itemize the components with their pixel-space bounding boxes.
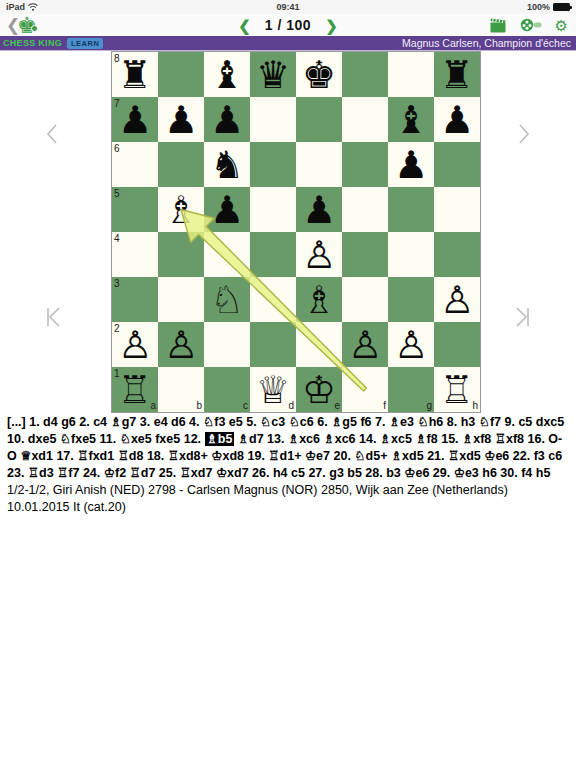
square-f3[interactable] bbox=[342, 277, 388, 322]
square-f7[interactable] bbox=[342, 97, 388, 142]
square-c3[interactable]: ♘ bbox=[204, 277, 250, 322]
square-e6[interactable] bbox=[296, 142, 342, 187]
square-h3[interactable]: ♙ bbox=[434, 277, 480, 322]
square-c8[interactable]: ♝ bbox=[204, 52, 250, 97]
square-e7[interactable] bbox=[296, 97, 342, 142]
piece-white-king: ♔ bbox=[296, 367, 342, 412]
nav-bar: ❮ ♚ ❮ 1 / 100 ❯ ⚙ bbox=[0, 14, 576, 36]
chess-board: 8♜♝♛♚♜7♟♟♟♝♟6♞♟5♗♟♟4♙3♘♗♙2♙♙♙♙1a♖bcd♕e♔f… bbox=[111, 51, 481, 413]
piece-black-knight: ♞ bbox=[204, 142, 250, 187]
piece-black-pawn: ♟ bbox=[158, 97, 204, 142]
square-f1[interactable]: f bbox=[342, 367, 388, 412]
square-b8[interactable] bbox=[158, 52, 204, 97]
square-d8[interactable]: ♛ bbox=[250, 52, 296, 97]
piece-white-bishop: ♗ bbox=[296, 277, 342, 322]
square-d5[interactable] bbox=[250, 187, 296, 232]
square-e1[interactable]: e♔ bbox=[296, 367, 342, 412]
square-a8[interactable]: 8♜ bbox=[112, 52, 158, 97]
square-f4[interactable] bbox=[342, 232, 388, 277]
next-example-button[interactable]: ❯ bbox=[325, 18, 338, 33]
square-a3[interactable]: 3 bbox=[112, 277, 158, 322]
piece-black-rook: ♜ bbox=[112, 52, 158, 97]
piece-black-king: ♚ bbox=[296, 52, 342, 97]
square-c2[interactable] bbox=[204, 322, 250, 367]
piece-white-pawn: ♙ bbox=[296, 232, 342, 277]
battery-icon bbox=[553, 3, 570, 11]
square-d4[interactable] bbox=[250, 232, 296, 277]
square-g2[interactable]: ♙ bbox=[388, 322, 434, 367]
square-g6[interactable]: ♟ bbox=[388, 142, 434, 187]
square-b4[interactable] bbox=[158, 232, 204, 277]
game-result-text: 1/2-1/2, Giri Anish (NED) 2798 - Carlsen… bbox=[7, 483, 508, 514]
square-c1[interactable]: c bbox=[204, 367, 250, 412]
file-label: b bbox=[196, 400, 202, 411]
piece-black-rook: ♜ bbox=[434, 52, 480, 97]
piece-white-pawn: ♙ bbox=[112, 322, 158, 367]
next-move-button[interactable] bbox=[516, 123, 532, 145]
square-g1[interactable]: g bbox=[388, 367, 434, 412]
square-h6[interactable] bbox=[434, 142, 480, 187]
brand-bar: CHESS KING LEARN Magnus Carlsen, Champio… bbox=[0, 36, 576, 51]
piece-white-bishop: ♗ bbox=[158, 187, 204, 232]
piece-black-pawn: ♟ bbox=[112, 97, 158, 142]
gear-icon[interactable]: ⚙ bbox=[555, 18, 568, 33]
rank-label: 4 bbox=[114, 233, 120, 244]
square-d6[interactable] bbox=[250, 142, 296, 187]
square-h4[interactable] bbox=[434, 232, 480, 277]
square-c7[interactable]: ♟ bbox=[204, 97, 250, 142]
piece-white-rook: ♖ bbox=[112, 367, 158, 412]
square-f8[interactable] bbox=[342, 52, 388, 97]
square-e3[interactable]: ♗ bbox=[296, 277, 342, 322]
square-g5[interactable] bbox=[388, 187, 434, 232]
square-a5[interactable]: 5 bbox=[112, 187, 158, 232]
file-label: c bbox=[243, 400, 248, 411]
square-h8[interactable]: ♜ bbox=[434, 52, 480, 97]
file-label: f bbox=[383, 400, 386, 411]
piece-white-pawn: ♙ bbox=[434, 277, 480, 322]
square-d7[interactable] bbox=[250, 97, 296, 142]
reel-toggle-icon[interactable] bbox=[520, 18, 542, 32]
piece-white-pawn: ♙ bbox=[158, 322, 204, 367]
square-a1[interactable]: 1a♖ bbox=[112, 367, 158, 412]
square-e5[interactable]: ♟ bbox=[296, 187, 342, 232]
piece-white-pawn: ♙ bbox=[342, 322, 388, 367]
status-bar: iPad 09:41 100% bbox=[0, 0, 576, 14]
piece-white-pawn: ♙ bbox=[388, 322, 434, 367]
piece-black-pawn: ♟ bbox=[434, 97, 480, 142]
square-h5[interactable] bbox=[434, 187, 480, 232]
square-f2[interactable]: ♙ bbox=[342, 322, 388, 367]
learn-badge: LEARN bbox=[67, 38, 103, 49]
piece-black-pawn: ♟ bbox=[204, 187, 250, 232]
square-g8[interactable] bbox=[388, 52, 434, 97]
square-d3[interactable] bbox=[250, 277, 296, 322]
clock: 09:41 bbox=[0, 2, 576, 12]
square-b1[interactable]: b bbox=[158, 367, 204, 412]
square-b2[interactable]: ♙ bbox=[158, 322, 204, 367]
highlighted-move[interactable]: ♗b5 bbox=[205, 432, 235, 446]
square-h1[interactable]: h♖ bbox=[434, 367, 480, 412]
square-a7[interactable]: 7♟ bbox=[112, 97, 158, 142]
piece-black-bishop: ♝ bbox=[388, 97, 434, 142]
course-title: Magnus Carlsen, Champion d'échec bbox=[402, 37, 571, 49]
piece-white-rook: ♖ bbox=[434, 367, 480, 412]
rank-label: 5 bbox=[114, 188, 120, 199]
battery-percent: 100% bbox=[527, 2, 550, 12]
prev-example-button[interactable]: ❮ bbox=[238, 18, 251, 33]
square-c4[interactable] bbox=[204, 232, 250, 277]
piece-black-pawn: ♟ bbox=[204, 97, 250, 142]
first-move-button[interactable] bbox=[44, 306, 62, 328]
square-a2[interactable]: 2♙ bbox=[112, 322, 158, 367]
square-e2[interactable] bbox=[296, 322, 342, 367]
square-c5[interactable]: ♟ bbox=[204, 187, 250, 232]
rank-label: 6 bbox=[114, 143, 120, 154]
last-move-button[interactable] bbox=[514, 306, 532, 328]
piece-black-bishop: ♝ bbox=[204, 52, 250, 97]
square-f6[interactable] bbox=[342, 142, 388, 187]
square-e4[interactable]: ♙ bbox=[296, 232, 342, 277]
square-c6[interactable]: ♞ bbox=[204, 142, 250, 187]
square-a4[interactable]: 4 bbox=[112, 232, 158, 277]
piece-white-knight: ♘ bbox=[204, 277, 250, 322]
square-h7[interactable]: ♟ bbox=[434, 97, 480, 142]
piece-white-queen: ♕ bbox=[250, 367, 296, 412]
square-d2[interactable] bbox=[250, 322, 296, 367]
notation-panel: [...] 1. d4 g6 2. c4 ♗g7 3. e4 d6 4. ♘f3… bbox=[0, 414, 576, 516]
clapperboard-icon[interactable] bbox=[490, 18, 507, 33]
board-grid: 8♜♝♛♚♜7♟♟♟♝♟6♞♟5♗♟♟4♙3♘♗♙2♙♙♙♙1a♖bcd♕e♔f… bbox=[112, 52, 480, 412]
file-label: g bbox=[426, 400, 432, 411]
square-g7[interactable]: ♝ bbox=[388, 97, 434, 142]
square-f5[interactable] bbox=[342, 187, 388, 232]
square-e8[interactable]: ♚ bbox=[296, 52, 342, 97]
piece-black-pawn: ♟ bbox=[388, 142, 434, 187]
square-b6[interactable] bbox=[158, 142, 204, 187]
square-b5[interactable]: ♗ bbox=[158, 187, 204, 232]
app-name: CHESS KING bbox=[3, 38, 62, 48]
square-d1[interactable]: d♕ bbox=[250, 367, 296, 412]
square-g4[interactable] bbox=[388, 232, 434, 277]
piece-black-queen: ♛ bbox=[250, 52, 296, 97]
example-counter: 1 / 100 bbox=[265, 17, 311, 33]
rank-label: 3 bbox=[114, 278, 120, 289]
prev-move-button[interactable] bbox=[44, 123, 60, 145]
square-h2[interactable] bbox=[434, 322, 480, 367]
piece-black-pawn: ♟ bbox=[296, 187, 342, 232]
square-b7[interactable]: ♟ bbox=[158, 97, 204, 142]
square-a6[interactable]: 6 bbox=[112, 142, 158, 187]
square-g3[interactable] bbox=[388, 277, 434, 322]
square-b3[interactable] bbox=[158, 277, 204, 322]
